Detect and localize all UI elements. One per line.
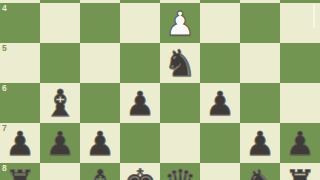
square-h5[interactable]: 5 xyxy=(0,43,40,83)
square-c5[interactable] xyxy=(200,43,240,83)
square-e8[interactable]: ♚ xyxy=(120,163,160,180)
square-d8[interactable]: ♛ xyxy=(160,163,200,180)
square-g4[interactable] xyxy=(40,3,80,43)
black-pawn-b7[interactable]: ♟ xyxy=(240,123,280,163)
square-a6[interactable] xyxy=(280,83,320,123)
square-c8[interactable] xyxy=(200,163,240,180)
square-d7[interactable] xyxy=(160,123,200,163)
square-h7[interactable]: 7♟ xyxy=(0,123,40,163)
black-pawn-e6[interactable]: ♟ xyxy=(120,83,160,123)
square-f5[interactable] xyxy=(80,43,120,83)
square-g5[interactable] xyxy=(40,43,80,83)
square-c6[interactable]: ♟ xyxy=(200,83,240,123)
square-g7[interactable]: ♟ xyxy=(40,123,80,163)
black-pawn-h7[interactable]: ♟ xyxy=(0,123,40,163)
rank-label-4: 4 xyxy=(2,4,7,13)
square-e5[interactable] xyxy=(120,43,160,83)
black-pawn-g7[interactable]: ♟ xyxy=(40,123,80,163)
square-g6[interactable]: ♝ xyxy=(40,83,80,123)
square-d6[interactable] xyxy=(160,83,200,123)
black-bishop-g6[interactable]: ♝ xyxy=(40,83,80,123)
square-g8[interactable] xyxy=(40,163,80,180)
square-h8[interactable]: 8♜ xyxy=(0,163,40,180)
black-pawn-f7[interactable]: ♟ xyxy=(80,123,120,163)
square-f4[interactable] xyxy=(80,3,120,43)
square-b7[interactable]: ♟ xyxy=(240,123,280,163)
square-h6[interactable]: 6 xyxy=(0,83,40,123)
square-d5[interactable]: ♞ xyxy=(160,43,200,83)
square-c7[interactable] xyxy=(200,123,240,163)
rank-label-6: 6 xyxy=(2,84,7,93)
square-b8[interactable]: ♞ xyxy=(240,163,280,180)
square-f7[interactable]: ♟ xyxy=(80,123,120,163)
black-knight-d5[interactable]: ♞ xyxy=(160,43,200,83)
square-a4[interactable] xyxy=(280,3,320,43)
chess-board[interactable]: 4♟5♞6♝♟♟7♟♟♟♟♟8♜♝♚♛♞♜ xyxy=(0,0,320,180)
chess-board-viewport: 4♟5♞6♝♟♟7♟♟♟♟♟8♜♝♚♛♞♜ xyxy=(0,0,320,180)
black-knight-b8[interactable]: ♞ xyxy=(240,163,280,180)
black-rook-h8[interactable]: ♜ xyxy=(0,163,40,180)
square-d4[interactable]: ♟ xyxy=(160,3,200,43)
square-c4[interactable] xyxy=(200,3,240,43)
square-e6[interactable]: ♟ xyxy=(120,83,160,123)
square-e4[interactable] xyxy=(120,3,160,43)
white-pawn-d4[interactable]: ♟ xyxy=(160,3,200,43)
square-a8[interactable]: ♜ xyxy=(280,163,320,180)
square-b6[interactable] xyxy=(240,83,280,123)
square-f6[interactable] xyxy=(80,83,120,123)
black-rook-a8[interactable]: ♜ xyxy=(280,163,320,180)
black-pawn-a7[interactable]: ♟ xyxy=(280,123,320,163)
rank-label-5: 5 xyxy=(2,44,7,53)
square-a5[interactable] xyxy=(280,43,320,83)
square-f8[interactable]: ♝ xyxy=(80,163,120,180)
black-bishop-f8[interactable]: ♝ xyxy=(80,163,120,180)
square-b5[interactable] xyxy=(240,43,280,83)
black-queen-d8[interactable]: ♛ xyxy=(160,163,200,180)
black-pawn-c6[interactable]: ♟ xyxy=(200,83,240,123)
square-b4[interactable] xyxy=(240,3,280,43)
square-h4[interactable]: 4 xyxy=(0,3,40,43)
square-a7[interactable]: ♟ xyxy=(280,123,320,163)
square-e7[interactable] xyxy=(120,123,160,163)
black-king-e8[interactable]: ♚ xyxy=(120,163,160,180)
